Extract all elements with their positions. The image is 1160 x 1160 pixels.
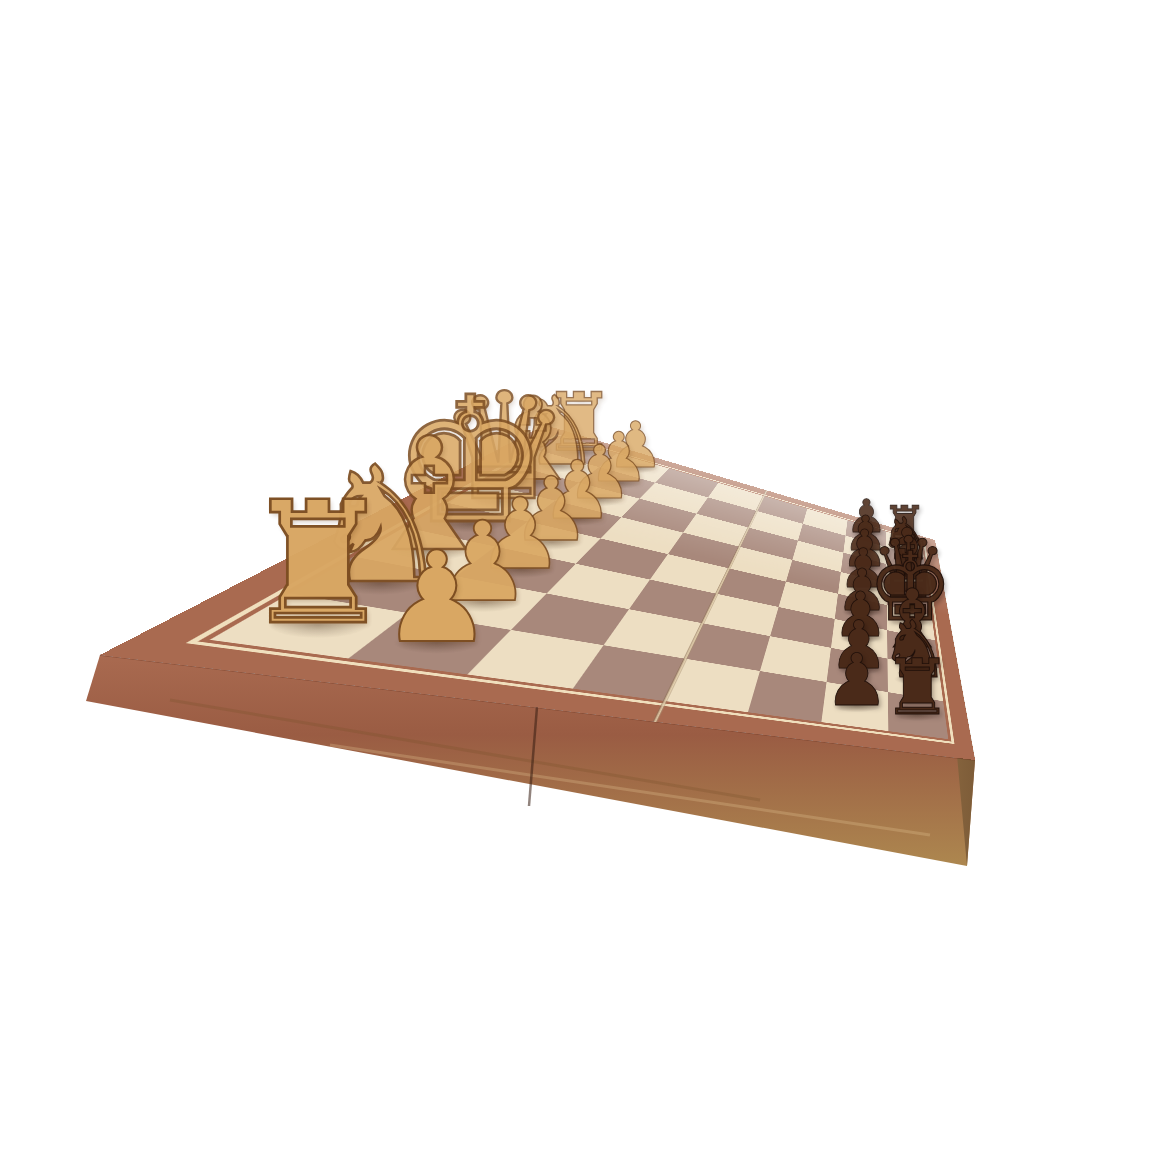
chess-set-photo: ♜♞♝♛♚♝♞♜♟♟♟♟♟♟♟♟♟♟♟♟♟♟♟♟♜♞♝♛♚♝♞♜ [0,0,1160,1160]
piece-white-rook[interactable]: ♜ [242,479,394,648]
piece-black-rook[interactable]: ♜ [883,649,952,726]
piece-black-pawn[interactable]: ♟ [824,644,889,716]
piece-white-pawn[interactable]: ♟ [380,535,493,661]
